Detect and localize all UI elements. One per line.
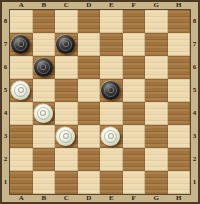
square-b1[interactable] — [33, 171, 56, 194]
square-g6[interactable] — [145, 56, 168, 79]
square-f4[interactable] — [123, 102, 146, 125]
square-c3[interactable] — [55, 125, 78, 148]
square-a7[interactable] — [10, 33, 33, 56]
file-label-c: C — [64, 195, 69, 202]
square-g3[interactable] — [145, 125, 168, 148]
square-h2[interactable] — [168, 148, 191, 171]
square-c8[interactable] — [55, 10, 78, 33]
square-h7[interactable] — [168, 33, 191, 56]
square-e4[interactable] — [100, 102, 123, 125]
square-h6[interactable] — [168, 56, 191, 79]
square-d3[interactable] — [78, 125, 101, 148]
rank-label-2: 2 — [4, 156, 8, 163]
rank-label-6: 6 — [193, 64, 197, 71]
frame-corner — [191, 195, 198, 202]
black-man-c7[interactable] — [56, 35, 75, 54]
square-e3[interactable] — [100, 125, 123, 148]
square-c4[interactable] — [55, 102, 78, 125]
rank-label-1: 1 — [193, 179, 197, 186]
square-d2[interactable] — [78, 148, 101, 171]
rank-label-3: 3 — [193, 133, 197, 140]
square-f6[interactable] — [123, 56, 146, 79]
square-d5[interactable] — [78, 79, 101, 102]
square-f5[interactable] — [123, 79, 146, 102]
file-label-b: B — [41, 195, 46, 202]
square-a5[interactable] — [10, 79, 33, 102]
file-label-d: D — [86, 2, 91, 9]
black-man-b6[interactable] — [34, 58, 53, 77]
square-b6[interactable] — [33, 56, 56, 79]
file-label-c: C — [64, 2, 69, 9]
square-b5[interactable] — [33, 79, 56, 102]
black-man-a7[interactable] — [11, 35, 30, 54]
square-f2[interactable] — [123, 148, 146, 171]
square-a3[interactable] — [10, 125, 33, 148]
square-g5[interactable] — [145, 79, 168, 102]
rank-label-5: 5 — [4, 87, 8, 94]
rank-label-1: 1 — [4, 179, 8, 186]
rank-label-2: 2 — [193, 156, 197, 163]
file-labels-top: ABCDEFGH — [9, 2, 191, 9]
rank-label-3: 3 — [4, 133, 8, 140]
frame-corner — [2, 195, 9, 202]
square-f7[interactable] — [123, 33, 146, 56]
square-g7[interactable] — [145, 33, 168, 56]
rank-label-4: 4 — [193, 110, 197, 117]
file-labels-bottom: ABCDEFGH — [9, 195, 191, 202]
white-man-c3[interactable] — [56, 127, 75, 146]
white-man-a5[interactable] — [11, 81, 30, 100]
square-d6[interactable] — [78, 56, 101, 79]
square-a2[interactable] — [10, 148, 33, 171]
square-e2[interactable] — [100, 148, 123, 171]
square-d1[interactable] — [78, 171, 101, 194]
square-g4[interactable] — [145, 102, 168, 125]
square-b2[interactable] — [33, 148, 56, 171]
square-c1[interactable] — [55, 171, 78, 194]
file-label-d: D — [86, 195, 91, 202]
rank-label-8: 8 — [4, 18, 8, 25]
square-b8[interactable] — [33, 10, 56, 33]
square-f1[interactable] — [123, 171, 146, 194]
square-d8[interactable] — [78, 10, 101, 33]
square-a6[interactable] — [10, 56, 33, 79]
frame-corner — [2, 2, 9, 9]
checkers-board — [9, 9, 191, 195]
white-man-b4[interactable] — [34, 104, 53, 123]
square-b3[interactable] — [33, 125, 56, 148]
file-label-a: A — [19, 195, 24, 202]
rank-label-6: 6 — [4, 64, 8, 71]
square-e7[interactable] — [100, 33, 123, 56]
rank-label-7: 7 — [4, 41, 8, 48]
square-d4[interactable] — [78, 102, 101, 125]
white-man-e3[interactable] — [101, 127, 120, 146]
square-d7[interactable] — [78, 33, 101, 56]
square-e8[interactable] — [100, 10, 123, 33]
square-a8[interactable] — [10, 10, 33, 33]
square-b4[interactable] — [33, 102, 56, 125]
square-h8[interactable] — [168, 10, 191, 33]
board-frame: ABCDEFGH 87654321 87654321 ABCDEFGH — [0, 0, 200, 204]
square-e1[interactable] — [100, 171, 123, 194]
square-h3[interactable] — [168, 125, 191, 148]
rank-label-7: 7 — [193, 41, 197, 48]
square-g8[interactable] — [145, 10, 168, 33]
rank-labels-right: 87654321 — [191, 9, 198, 195]
file-label-h: H — [176, 2, 181, 9]
rank-label-8: 8 — [193, 18, 197, 25]
square-a1[interactable] — [10, 171, 33, 194]
square-h1[interactable] — [168, 171, 191, 194]
square-g2[interactable] — [145, 148, 168, 171]
frame-corner — [191, 2, 198, 9]
file-label-b: B — [41, 2, 46, 9]
square-c7[interactable] — [55, 33, 78, 56]
black-man-e5[interactable] — [101, 81, 120, 100]
square-f3[interactable] — [123, 125, 146, 148]
rank-labels-left: 87654321 — [2, 9, 9, 195]
file-label-g: G — [154, 195, 159, 202]
square-g1[interactable] — [145, 171, 168, 194]
file-label-e: E — [109, 195, 114, 202]
file-label-f: F — [132, 195, 136, 202]
file-label-f: F — [132, 2, 136, 9]
square-e6[interactable] — [100, 56, 123, 79]
square-c5[interactable] — [55, 79, 78, 102]
square-h4[interactable] — [168, 102, 191, 125]
file-label-a: A — [19, 2, 24, 9]
square-b7[interactable] — [33, 33, 56, 56]
rank-label-5: 5 — [193, 87, 197, 94]
square-c6[interactable] — [55, 56, 78, 79]
file-label-g: G — [154, 2, 159, 9]
file-label-e: E — [109, 2, 114, 9]
square-h5[interactable] — [168, 79, 191, 102]
square-f8[interactable] — [123, 10, 146, 33]
square-e5[interactable] — [100, 79, 123, 102]
file-label-h: H — [176, 195, 181, 202]
square-a4[interactable] — [10, 102, 33, 125]
rank-label-4: 4 — [4, 110, 8, 117]
square-c2[interactable] — [55, 148, 78, 171]
